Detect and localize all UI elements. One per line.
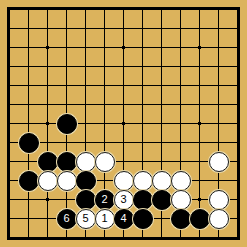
stone-black [76,171,96,191]
move-2-stone-black: 2 [95,190,115,210]
stone-black [19,133,39,153]
stone-black [76,190,96,210]
move-1-stone-white: 1 [95,209,115,229]
stone-white [209,152,229,172]
move-3-stone-white: 3 [114,190,134,210]
move-4-stone-black: 4 [114,209,134,229]
stone-white [76,152,96,172]
move-5-stone-white: 5 [76,209,96,229]
move-number: 4 [120,213,126,224]
stone-white [57,171,77,191]
stone-white [209,209,229,229]
stone-black [133,190,153,210]
move-number: 6 [63,213,69,224]
go-board: 236514 [0,0,247,247]
move-number: 3 [120,194,126,205]
move-number: 1 [101,213,107,224]
move-number: 5 [82,213,88,224]
stone-black [133,209,153,229]
stone-white [171,171,191,191]
stone-black [171,209,191,229]
move-6-stone-black: 6 [57,209,77,229]
stone-white [133,171,153,191]
move-number: 2 [101,194,107,205]
stones-layer: 236514 [0,0,247,247]
stone-white [152,171,172,191]
stone-black [19,171,39,191]
stone-black [57,152,77,172]
stone-white [171,190,191,210]
stone-black [57,114,77,134]
stone-black [38,152,58,172]
stone-white [114,171,134,191]
stone-white [209,190,229,210]
stone-black [190,209,210,229]
stone-white [38,171,58,191]
stone-black [152,190,172,210]
stone-white [95,152,115,172]
